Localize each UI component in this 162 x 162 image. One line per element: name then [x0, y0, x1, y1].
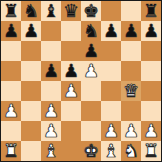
square-d8[interactable]: ♛	[61, 1, 81, 21]
white-pawn: ♟	[143, 121, 159, 141]
square-h6[interactable]	[141, 41, 161, 61]
square-h8[interactable]: ♜	[141, 1, 161, 21]
square-a8[interactable]: ♜	[1, 1, 21, 21]
square-g3[interactable]	[121, 101, 141, 121]
black-bishop: ♝	[43, 1, 59, 21]
white-knight: ♞	[123, 141, 139, 161]
white-pawn: ♟	[63, 81, 79, 101]
square-g5[interactable]	[121, 61, 141, 81]
square-c1[interactable]: ♝	[41, 141, 61, 161]
white-rook: ♜	[3, 141, 19, 161]
black-king: ♚	[83, 1, 99, 21]
white-pawn: ♟	[43, 101, 59, 121]
square-b2[interactable]	[21, 121, 41, 141]
square-d2[interactable]	[61, 121, 81, 141]
square-b8[interactable]: ♞	[21, 1, 41, 21]
square-d1[interactable]	[61, 141, 81, 161]
white-rook: ♜	[143, 141, 159, 161]
square-e3[interactable]	[81, 101, 101, 121]
square-a2[interactable]	[1, 121, 21, 141]
black-pawn: ♟	[23, 21, 39, 41]
square-e7[interactable]: ♞	[81, 21, 101, 41]
square-f7[interactable]: ♟	[101, 21, 121, 41]
white-pawn: ♟	[3, 101, 19, 121]
square-e8[interactable]: ♚	[81, 1, 101, 21]
white-pawn: ♟	[103, 121, 119, 141]
square-c4[interactable]	[41, 81, 61, 101]
square-a7[interactable]: ♟	[1, 21, 21, 41]
square-e6[interactable]: ♟	[81, 41, 101, 61]
square-f2[interactable]: ♟	[101, 121, 121, 141]
black-rook: ♜	[143, 1, 159, 21]
square-d7[interactable]	[61, 21, 81, 41]
square-b3[interactable]	[21, 101, 41, 121]
square-b7[interactable]: ♟	[21, 21, 41, 41]
square-a5[interactable]	[1, 61, 21, 81]
black-pawn: ♟	[103, 21, 119, 41]
square-g6[interactable]	[121, 41, 141, 61]
white-bishop: ♝	[103, 141, 119, 161]
square-g7[interactable]: ♟	[121, 21, 141, 41]
black-pawn: ♟	[63, 61, 79, 81]
square-g4[interactable]: ♛	[121, 81, 141, 101]
black-knight: ♞	[23, 1, 39, 21]
black-pawn: ♟	[83, 41, 99, 61]
square-f3[interactable]	[101, 101, 121, 121]
square-e1[interactable]: ♚	[81, 141, 101, 161]
white-queen: ♛	[123, 81, 139, 101]
square-c8[interactable]: ♝	[41, 1, 61, 21]
square-h2[interactable]: ♟	[141, 121, 161, 141]
black-pawn: ♟	[123, 21, 139, 41]
square-c5[interactable]: ♟	[41, 61, 61, 81]
square-h5[interactable]	[141, 61, 161, 81]
chess-board-container: ♜♞♝♛♚♜♟♟♞♟♟♟♟♟♟♟♟♛♟♟♟♟♟♟♜♝♚♝♞♜	[0, 0, 162, 162]
square-c3[interactable]: ♟	[41, 101, 61, 121]
chess-board: ♜♞♝♛♚♜♟♟♞♟♟♟♟♟♟♟♟♛♟♟♟♟♟♟♜♝♚♝♞♜	[0, 0, 162, 162]
black-pawn: ♟	[143, 21, 159, 41]
black-pawn: ♟	[3, 21, 19, 41]
black-pawn: ♟	[43, 61, 59, 81]
black-knight: ♞	[83, 21, 99, 41]
square-f5[interactable]	[101, 61, 121, 81]
square-c6[interactable]	[41, 41, 61, 61]
white-pawn: ♟	[123, 121, 139, 141]
white-bishop: ♝	[43, 141, 59, 161]
black-queen: ♛	[63, 1, 79, 21]
square-g1[interactable]: ♞	[121, 141, 141, 161]
square-d4[interactable]: ♟	[61, 81, 81, 101]
square-f1[interactable]: ♝	[101, 141, 121, 161]
square-f6[interactable]	[101, 41, 121, 61]
square-g2[interactable]: ♟	[121, 121, 141, 141]
square-a4[interactable]	[1, 81, 21, 101]
square-d6[interactable]	[61, 41, 81, 61]
square-e4[interactable]	[81, 81, 101, 101]
white-pawn: ♟	[83, 61, 99, 81]
black-rook: ♜	[3, 1, 19, 21]
square-f4[interactable]	[101, 81, 121, 101]
square-d3[interactable]	[61, 101, 81, 121]
square-b1[interactable]	[21, 141, 41, 161]
square-b5[interactable]	[21, 61, 41, 81]
square-b4[interactable]	[21, 81, 41, 101]
square-h4[interactable]	[141, 81, 161, 101]
square-h1[interactable]: ♜	[141, 141, 161, 161]
square-e2[interactable]	[81, 121, 101, 141]
white-pawn: ♟	[43, 121, 59, 141]
square-a1[interactable]: ♜	[1, 141, 21, 161]
square-h3[interactable]	[141, 101, 161, 121]
square-g8[interactable]	[121, 1, 141, 21]
square-a3[interactable]: ♟	[1, 101, 21, 121]
square-b6[interactable]	[21, 41, 41, 61]
square-h7[interactable]: ♟	[141, 21, 161, 41]
square-c2[interactable]: ♟	[41, 121, 61, 141]
square-a6[interactable]	[1, 41, 21, 61]
square-f8[interactable]	[101, 1, 121, 21]
square-c7[interactable]	[41, 21, 61, 41]
square-d5[interactable]: ♟	[61, 61, 81, 81]
white-king: ♚	[83, 141, 99, 161]
square-e5[interactable]: ♟	[81, 61, 101, 81]
